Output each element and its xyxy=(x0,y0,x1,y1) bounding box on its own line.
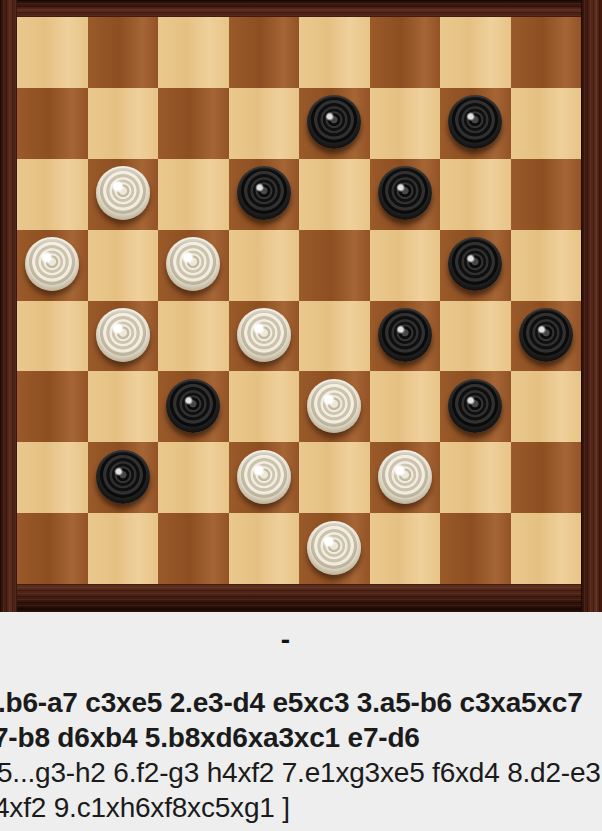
square-b8[interactable] xyxy=(88,17,159,88)
square-g4[interactable] xyxy=(440,301,511,372)
black-piece-b2[interactable] xyxy=(96,450,150,504)
square-d6[interactable] xyxy=(229,159,300,230)
frame-left-edge xyxy=(0,0,17,612)
square-f7[interactable] xyxy=(370,88,441,159)
white-piece-e3[interactable] xyxy=(307,379,361,433)
square-d2[interactable] xyxy=(229,442,300,513)
frame-bottom-edge xyxy=(0,584,602,612)
square-d3[interactable] xyxy=(229,371,300,442)
black-piece-e7[interactable] xyxy=(307,95,361,149)
square-c3[interactable] xyxy=(158,371,229,442)
square-c4[interactable] xyxy=(158,301,229,372)
square-e4[interactable] xyxy=(299,301,370,372)
white-piece-c5[interactable] xyxy=(166,237,220,291)
square-c5[interactable] xyxy=(158,230,229,301)
square-c6[interactable] xyxy=(158,159,229,230)
square-a5[interactable] xyxy=(17,230,88,301)
square-h3[interactable] xyxy=(511,371,582,442)
square-d4[interactable] xyxy=(229,301,300,372)
square-g8[interactable] xyxy=(440,17,511,88)
square-g6[interactable] xyxy=(440,159,511,230)
square-e5[interactable] xyxy=(299,230,370,301)
square-f4[interactable] xyxy=(370,301,441,372)
black-piece-h4[interactable] xyxy=(519,308,573,362)
square-e1[interactable] xyxy=(299,513,370,584)
square-g2[interactable] xyxy=(440,442,511,513)
square-d1[interactable] xyxy=(229,513,300,584)
square-f2[interactable] xyxy=(370,442,441,513)
square-h1[interactable] xyxy=(511,513,582,584)
square-b6[interactable] xyxy=(88,159,159,230)
square-f3[interactable] xyxy=(370,371,441,442)
black-piece-g5[interactable] xyxy=(448,237,502,291)
square-b5[interactable] xyxy=(88,230,159,301)
square-b1[interactable] xyxy=(88,513,159,584)
square-a7[interactable] xyxy=(17,88,88,159)
square-f1[interactable] xyxy=(370,513,441,584)
square-h6[interactable] xyxy=(511,159,582,230)
square-a6[interactable] xyxy=(17,159,88,230)
square-f8[interactable] xyxy=(370,17,441,88)
square-g3[interactable] xyxy=(440,371,511,442)
info-panel: - .b6-a7 c3xe5 2.e3-d4 e5xc3 3.a5-b6 c3x… xyxy=(0,612,602,831)
black-piece-g3[interactable] xyxy=(448,379,502,433)
square-d8[interactable] xyxy=(229,17,300,88)
black-piece-f4[interactable] xyxy=(378,308,432,362)
square-a4[interactable] xyxy=(17,301,88,372)
checkers-board-frame xyxy=(0,0,602,612)
square-g7[interactable] xyxy=(440,88,511,159)
frame-right-edge xyxy=(581,0,602,612)
square-a3[interactable] xyxy=(17,371,88,442)
square-b2[interactable] xyxy=(88,442,159,513)
white-piece-a5[interactable] xyxy=(25,237,79,291)
black-piece-g7[interactable] xyxy=(448,95,502,149)
square-h8[interactable] xyxy=(511,17,582,88)
square-b4[interactable] xyxy=(88,301,159,372)
square-g5[interactable] xyxy=(440,230,511,301)
black-piece-c3[interactable] xyxy=(166,379,220,433)
white-piece-e1[interactable] xyxy=(307,520,361,574)
square-b3[interactable] xyxy=(88,371,159,442)
white-piece-b6[interactable] xyxy=(96,166,150,220)
square-h4[interactable] xyxy=(511,301,582,372)
square-e6[interactable] xyxy=(299,159,370,230)
square-c2[interactable] xyxy=(158,442,229,513)
move-list[interactable]: .b6-a7 c3xe5 2.e3-d4 e5xc3 3.a5-b6 c3xa5… xyxy=(0,685,602,825)
square-f6[interactable] xyxy=(370,159,441,230)
black-piece-f6[interactable] xyxy=(378,166,432,220)
square-e3[interactable] xyxy=(299,371,370,442)
square-c7[interactable] xyxy=(158,88,229,159)
move-line-1: .b6-a7 c3xe5 2.e3-d4 e5xc3 3.a5-b6 c3xa5… xyxy=(0,685,602,720)
status-dash: - xyxy=(0,626,571,654)
white-piece-d2[interactable] xyxy=(237,450,291,504)
square-c1[interactable] xyxy=(158,513,229,584)
square-d7[interactable] xyxy=(229,88,300,159)
square-b7[interactable] xyxy=(88,88,159,159)
square-h2[interactable] xyxy=(511,442,582,513)
white-piece-d4[interactable] xyxy=(237,308,291,362)
square-f5[interactable] xyxy=(370,230,441,301)
checkers-board[interactable] xyxy=(17,17,581,584)
move-line-2: 7-b8 d6xb4 5.b8xd6xa3xc1 e7-d6 xyxy=(0,720,602,755)
square-h5[interactable] xyxy=(511,230,582,301)
square-e2[interactable] xyxy=(299,442,370,513)
square-c8[interactable] xyxy=(158,17,229,88)
square-a1[interactable] xyxy=(17,513,88,584)
white-piece-f2[interactable] xyxy=(378,450,432,504)
square-a8[interactable] xyxy=(17,17,88,88)
square-g1[interactable] xyxy=(440,513,511,584)
move-line-4: 4xf2 9.c1xh6xf8xc5xg1 ] xyxy=(0,790,602,825)
square-e7[interactable] xyxy=(299,88,370,159)
white-piece-b4[interactable] xyxy=(96,308,150,362)
square-a2[interactable] xyxy=(17,442,88,513)
app-screen: - .b6-a7 c3xe5 2.e3-d4 e5xc3 3.a5-b6 c3x… xyxy=(0,0,602,831)
square-d5[interactable] xyxy=(229,230,300,301)
black-piece-d6[interactable] xyxy=(237,166,291,220)
frame-top-edge xyxy=(0,0,602,17)
move-line-3: 5...g3-h2 6.f2-g3 h4xf2 7.e1xg3xe5 f6xd4… xyxy=(0,755,602,790)
square-e8[interactable] xyxy=(299,17,370,88)
square-h7[interactable] xyxy=(511,88,582,159)
